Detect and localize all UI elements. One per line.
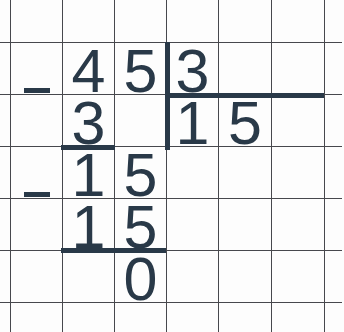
minus-icon [24, 192, 50, 197]
cell [218, 0, 271, 42]
digit-cell: 3 [62, 94, 114, 146]
subtrahend-digit: 5 [124, 204, 158, 250]
subtrahend-digit: 3 [72, 100, 106, 146]
subtraction-line-1 [61, 145, 115, 150]
cell [218, 302, 271, 332]
cell [271, 94, 324, 146]
digit-cell: 5 [114, 198, 166, 250]
cell [218, 198, 271, 250]
cell [10, 302, 62, 332]
division-worksheet: 4 5 3 3 1 5 1 5 1 5 0 [0, 0, 344, 332]
cell [10, 198, 62, 250]
cell [218, 42, 271, 94]
cell [271, 146, 324, 198]
dividend-digit: 5 [124, 48, 158, 94]
cell [0, 198, 10, 250]
cell [0, 146, 10, 198]
cell [271, 42, 324, 94]
cell [0, 250, 10, 302]
quotient-digit: 5 [228, 100, 262, 146]
digit-cell: 5 [114, 42, 166, 94]
cell [324, 94, 342, 146]
cell [10, 250, 62, 302]
cell [271, 198, 324, 250]
digit-cell: 0 [114, 250, 166, 302]
digit-cell: 1 [166, 94, 218, 146]
cell [0, 94, 10, 146]
cell [166, 198, 218, 250]
cell [324, 42, 342, 94]
cell [324, 0, 342, 42]
cell [271, 0, 324, 42]
divisor-digit: 3 [176, 48, 210, 94]
quotient-digit: 1 [176, 100, 210, 146]
digit-cell: 3 [166, 42, 218, 94]
cell [62, 0, 114, 42]
minus-sign-1 [10, 42, 62, 94]
digit-cell: 4 [62, 42, 114, 94]
digit-cell: 1 [62, 146, 114, 198]
cell [10, 94, 62, 146]
subtrahend-digit: 1 [72, 204, 106, 250]
digit-cell: 5 [114, 146, 166, 198]
cell [324, 146, 342, 198]
digit-cell: 1 [62, 198, 114, 250]
minus-icon [24, 88, 50, 93]
cell [10, 0, 62, 42]
cell [0, 0, 10, 42]
cell [324, 302, 342, 332]
digit-cell: 5 [218, 94, 271, 146]
division-bar-horizontal [165, 93, 324, 98]
cell [0, 42, 10, 94]
cell [324, 198, 342, 250]
cell [218, 250, 271, 302]
final-remainder-digit: 0 [124, 256, 158, 302]
dividend-digit: 4 [72, 48, 106, 94]
cell [166, 302, 218, 332]
cell [114, 0, 166, 42]
subtraction-line-2 [61, 248, 166, 253]
cell [271, 250, 324, 302]
cell [271, 302, 324, 332]
cell [324, 250, 342, 302]
cell [0, 302, 10, 332]
cell [62, 302, 114, 332]
remainder-digit: 5 [124, 152, 158, 198]
remainder-digit: 1 [72, 152, 106, 198]
minus-sign-2 [10, 146, 62, 198]
cell [166, 0, 218, 42]
cell [166, 250, 218, 302]
